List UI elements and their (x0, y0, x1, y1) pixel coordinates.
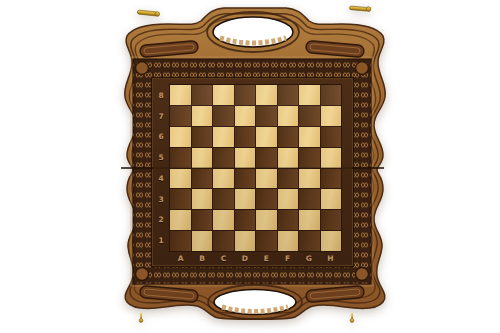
square-d6[interactable] (235, 127, 256, 147)
square-b7[interactable] (192, 106, 213, 126)
square-h6[interactable] (321, 127, 342, 147)
square-b5[interactable] (192, 148, 213, 168)
rank-label-7: 7 (152, 106, 170, 127)
square-h4[interactable] (321, 169, 342, 189)
square-b3[interactable] (192, 189, 213, 209)
brass-foot-right (350, 313, 354, 322)
square-a1[interactable] (170, 231, 191, 251)
square-e8[interactable] (256, 85, 277, 105)
file-label-h: H (320, 251, 341, 266)
square-b6[interactable] (192, 127, 213, 147)
square-b2[interactable] (192, 210, 213, 230)
square-f2[interactable] (278, 210, 299, 230)
square-c2[interactable] (213, 210, 234, 230)
square-h7[interactable] (321, 106, 342, 126)
square-c5[interactable] (213, 148, 234, 168)
square-e3[interactable] (256, 189, 277, 209)
rank-label-8: 8 (152, 85, 170, 106)
square-g7[interactable] (299, 106, 320, 126)
square-g2[interactable] (299, 210, 320, 230)
square-g8[interactable] (299, 85, 320, 105)
square-f1[interactable] (278, 231, 299, 251)
rank-label-3: 3 (152, 189, 170, 210)
fold-seam (121, 167, 384, 169)
square-e6[interactable] (256, 127, 277, 147)
square-c6[interactable] (213, 127, 234, 147)
medallion-top-left (136, 62, 149, 75)
square-c4[interactable] (213, 169, 234, 189)
square-g4[interactable] (299, 169, 320, 189)
square-a5[interactable] (170, 148, 191, 168)
rank-label-6: 6 (152, 127, 170, 148)
brass-latch-right (349, 5, 371, 12)
square-d3[interactable] (235, 189, 256, 209)
square-b4[interactable] (192, 169, 213, 189)
medallion-bottom-right (356, 268, 369, 281)
file-label-e: E (256, 251, 277, 266)
square-g5[interactable] (299, 148, 320, 168)
square-a2[interactable] (170, 210, 191, 230)
square-e4[interactable] (256, 169, 277, 189)
file-label-g: G (298, 251, 319, 266)
square-b8[interactable] (192, 85, 213, 105)
square-a6[interactable] (170, 127, 191, 147)
square-d5[interactable] (235, 148, 256, 168)
square-d8[interactable] (235, 85, 256, 105)
file-label-b: B (191, 251, 212, 266)
square-d7[interactable] (235, 106, 256, 126)
square-h8[interactable] (321, 85, 342, 105)
file-label-a: A (170, 251, 191, 266)
square-h5[interactable] (321, 148, 342, 168)
square-b1[interactable] (192, 231, 213, 251)
square-e2[interactable] (256, 210, 277, 230)
square-a3[interactable] (170, 189, 191, 209)
square-f5[interactable] (278, 148, 299, 168)
square-c3[interactable] (213, 189, 234, 209)
file-labels: ABCDEFGH (170, 251, 341, 266)
square-f4[interactable] (278, 169, 299, 189)
square-c1[interactable] (213, 231, 234, 251)
square-c7[interactable] (213, 106, 234, 126)
product-photo: 87654321 ABCDEFGH (0, 0, 500, 333)
square-d4[interactable] (235, 169, 256, 189)
square-e1[interactable] (256, 231, 277, 251)
file-label-f: F (277, 251, 298, 266)
top-handle-cutout (207, 12, 299, 52)
square-a8[interactable] (170, 85, 191, 105)
bottom-handle-cutout (208, 285, 302, 319)
square-a4[interactable] (170, 169, 191, 189)
brass-foot-left (139, 313, 143, 322)
rank-label-2: 2 (152, 210, 170, 231)
rank-label-1: 1 (152, 230, 170, 251)
file-label-c: C (213, 251, 234, 266)
medallion-bottom-left (136, 268, 149, 281)
rank-label-5: 5 (152, 147, 170, 168)
square-h2[interactable] (321, 210, 342, 230)
square-g3[interactable] (299, 189, 320, 209)
square-f3[interactable] (278, 189, 299, 209)
square-e7[interactable] (256, 106, 277, 126)
board-frame: 87654321 ABCDEFGH (152, 78, 353, 266)
medallion-top-right (356, 62, 369, 75)
square-d1[interactable] (235, 231, 256, 251)
brass-latch-left (137, 10, 160, 17)
square-h1[interactable] (321, 231, 342, 251)
square-f6[interactable] (278, 127, 299, 147)
square-e5[interactable] (256, 148, 277, 168)
square-f7[interactable] (278, 106, 299, 126)
square-d2[interactable] (235, 210, 256, 230)
square-h3[interactable] (321, 189, 342, 209)
rank-label-4: 4 (152, 168, 170, 189)
square-a7[interactable] (170, 106, 191, 126)
square-g6[interactable] (299, 127, 320, 147)
square-c8[interactable] (213, 85, 234, 105)
file-label-d: D (234, 251, 255, 266)
square-g1[interactable] (299, 231, 320, 251)
square-f8[interactable] (278, 85, 299, 105)
